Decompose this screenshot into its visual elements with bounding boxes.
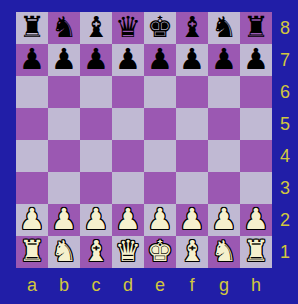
piece-black-bishop-f8[interactable]: ♝: [179, 12, 205, 43]
square-f7[interactable]: ♟: [176, 44, 208, 76]
piece-black-pawn-g7[interactable]: ♟: [211, 44, 237, 75]
piece-white-pawn-f2[interactable]: ♟: [179, 204, 205, 235]
square-g1[interactable]: ♞: [208, 236, 240, 268]
piece-white-pawn-b2[interactable]: ♟: [51, 204, 77, 235]
piece-white-pawn-h2[interactable]: ♟: [243, 204, 269, 235]
piece-white-pawn-e2[interactable]: ♟: [147, 204, 173, 235]
square-h4[interactable]: [240, 140, 272, 172]
rank-label-7: 7: [272, 44, 298, 76]
file-label-c: c: [80, 270, 112, 300]
square-e4[interactable]: [144, 140, 176, 172]
square-g2[interactable]: ♟: [208, 204, 240, 236]
file-coordinates: abcdefgh: [16, 270, 272, 300]
file-label-a: a: [16, 270, 48, 300]
square-f3[interactable]: [176, 172, 208, 204]
piece-black-rook-h8[interactable]: ♜: [243, 12, 269, 43]
square-e7[interactable]: ♟: [144, 44, 176, 76]
square-c3[interactable]: [80, 172, 112, 204]
file-label-b: b: [48, 270, 80, 300]
square-h2[interactable]: ♟: [240, 204, 272, 236]
square-d2[interactable]: ♟: [112, 204, 144, 236]
piece-black-pawn-f7[interactable]: ♟: [179, 44, 205, 75]
square-f1[interactable]: ♝: [176, 236, 208, 268]
square-b7[interactable]: ♟: [48, 44, 80, 76]
piece-white-pawn-d2[interactable]: ♟: [115, 204, 141, 235]
rank-label-2: 2: [272, 204, 298, 236]
piece-white-king-e1[interactable]: ♚: [147, 236, 173, 267]
rank-label-1: 1: [272, 236, 298, 268]
square-e8[interactable]: ♚: [144, 12, 176, 44]
square-c8[interactable]: ♝: [80, 12, 112, 44]
piece-white-pawn-c2[interactable]: ♟: [83, 204, 109, 235]
piece-white-rook-a1[interactable]: ♜: [19, 236, 45, 267]
square-b2[interactable]: ♟: [48, 204, 80, 236]
square-d4[interactable]: [112, 140, 144, 172]
square-h6[interactable]: [240, 76, 272, 108]
square-d6[interactable]: [112, 76, 144, 108]
square-a6[interactable]: [16, 76, 48, 108]
square-d7[interactable]: ♟: [112, 44, 144, 76]
square-c1[interactable]: ♝: [80, 236, 112, 268]
square-a7[interactable]: ♟: [16, 44, 48, 76]
square-a2[interactable]: ♟: [16, 204, 48, 236]
square-d3[interactable]: [112, 172, 144, 204]
square-g3[interactable]: [208, 172, 240, 204]
square-e5[interactable]: [144, 108, 176, 140]
square-b4[interactable]: [48, 140, 80, 172]
square-b1[interactable]: ♞: [48, 236, 80, 268]
piece-black-knight-b8[interactable]: ♞: [51, 12, 77, 43]
piece-white-pawn-g2[interactable]: ♟: [211, 204, 237, 235]
square-h5[interactable]: [240, 108, 272, 140]
square-c5[interactable]: [80, 108, 112, 140]
square-a8[interactable]: ♜: [16, 12, 48, 44]
rank-coordinates: 87654321: [272, 12, 298, 268]
file-label-f: f: [176, 270, 208, 300]
square-c4[interactable]: [80, 140, 112, 172]
file-label-e: e: [144, 270, 176, 300]
square-a5[interactable]: [16, 108, 48, 140]
square-d1[interactable]: ♛: [112, 236, 144, 268]
square-h1[interactable]: ♜: [240, 236, 272, 268]
rank-label-3: 3: [272, 172, 298, 204]
piece-white-bishop-f1[interactable]: ♝: [179, 236, 205, 267]
piece-black-king-e8[interactable]: ♚: [147, 12, 173, 43]
square-g4[interactable]: [208, 140, 240, 172]
square-f8[interactable]: ♝: [176, 12, 208, 44]
square-h8[interactable]: ♜: [240, 12, 272, 44]
square-g5[interactable]: [208, 108, 240, 140]
square-g7[interactable]: ♟: [208, 44, 240, 76]
square-f6[interactable]: [176, 76, 208, 108]
piece-white-rook-h1[interactable]: ♜: [243, 236, 269, 267]
piece-black-pawn-e7[interactable]: ♟: [147, 44, 173, 75]
square-b6[interactable]: [48, 76, 80, 108]
square-d8[interactable]: ♛: [112, 12, 144, 44]
file-label-h: h: [240, 270, 272, 300]
piece-black-knight-g8[interactable]: ♞: [211, 12, 237, 43]
piece-black-pawn-a7[interactable]: ♟: [19, 44, 45, 75]
square-f5[interactable]: [176, 108, 208, 140]
square-f2[interactable]: ♟: [176, 204, 208, 236]
square-e3[interactable]: [144, 172, 176, 204]
chess-board: ♜♞♝♛♚♝♞♜♟♟♟♟♟♟♟♟♟♟♟♟♟♟♟♟♜♞♝♛♚♝♞♜: [16, 12, 272, 268]
square-g6[interactable]: [208, 76, 240, 108]
square-d5[interactable]: [112, 108, 144, 140]
square-c7[interactable]: ♟: [80, 44, 112, 76]
square-b3[interactable]: [48, 172, 80, 204]
file-label-d: d: [112, 270, 144, 300]
square-e6[interactable]: [144, 76, 176, 108]
rank-label-4: 4: [272, 140, 298, 172]
square-g8[interactable]: ♞: [208, 12, 240, 44]
square-h7[interactable]: ♟: [240, 44, 272, 76]
square-c6[interactable]: [80, 76, 112, 108]
piece-black-pawn-d7[interactable]: ♟: [115, 44, 141, 75]
piece-white-pawn-a2[interactable]: ♟: [19, 204, 45, 235]
square-a3[interactable]: [16, 172, 48, 204]
square-e1[interactable]: ♚: [144, 236, 176, 268]
rank-label-6: 6: [272, 76, 298, 108]
piece-white-knight-b1[interactable]: ♞: [51, 236, 77, 267]
piece-black-pawn-h7[interactable]: ♟: [243, 44, 269, 75]
piece-black-rook-a8[interactable]: ♜: [19, 12, 45, 43]
rank-label-8: 8: [272, 12, 298, 44]
piece-white-queen-d1[interactable]: ♛: [115, 236, 141, 267]
square-b8[interactable]: ♞: [48, 12, 80, 44]
piece-black-queen-d8[interactable]: ♛: [115, 12, 141, 43]
piece-black-bishop-c8[interactable]: ♝: [83, 12, 109, 43]
square-f4[interactable]: [176, 140, 208, 172]
square-a1[interactable]: ♜: [16, 236, 48, 268]
square-h3[interactable]: [240, 172, 272, 204]
piece-black-pawn-b7[interactable]: ♟: [51, 44, 77, 75]
square-b5[interactable]: [48, 108, 80, 140]
square-a4[interactable]: [16, 140, 48, 172]
piece-white-knight-g1[interactable]: ♞: [211, 236, 237, 267]
square-e2[interactable]: ♟: [144, 204, 176, 236]
rank-label-5: 5: [272, 108, 298, 140]
piece-black-pawn-c7[interactable]: ♟: [83, 44, 109, 75]
file-label-g: g: [208, 270, 240, 300]
square-c2[interactable]: ♟: [80, 204, 112, 236]
chess-app-window: ♜♞♝♛♚♝♞♜♟♟♟♟♟♟♟♟♟♟♟♟♟♟♟♟♜♞♝♛♚♝♞♜ 8765432…: [0, 0, 298, 304]
piece-white-bishop-c1[interactable]: ♝: [83, 236, 109, 267]
